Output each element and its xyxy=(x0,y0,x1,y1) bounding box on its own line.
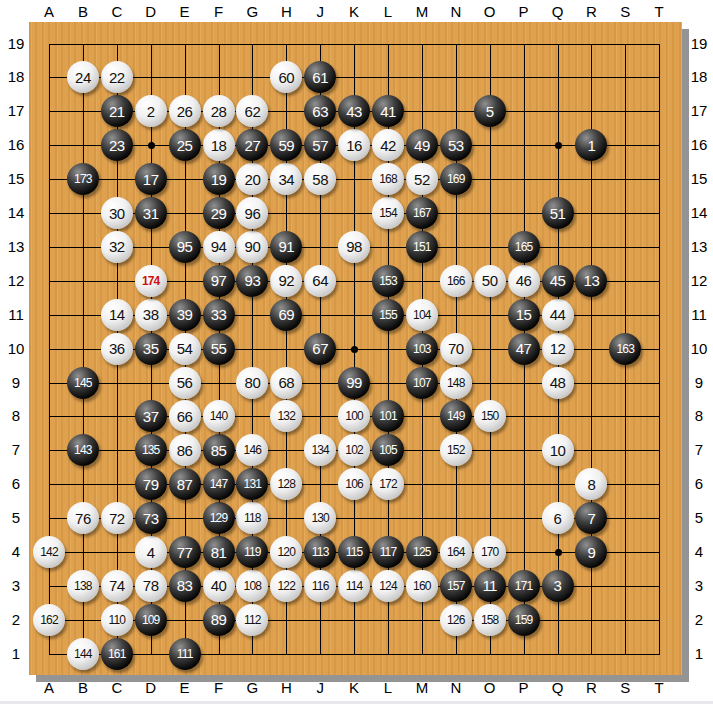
move-number: 76 xyxy=(75,511,91,526)
stone-e3: 83 xyxy=(169,570,201,602)
move-number: 87 xyxy=(177,477,193,492)
move-number: 64 xyxy=(312,273,328,288)
coord-label-left-6: 6 xyxy=(3,476,29,492)
move-number: 135 xyxy=(142,444,160,456)
coord-label-bottom-m: M xyxy=(409,680,435,696)
stone-p3: 171 xyxy=(508,570,540,602)
move-number: 138 xyxy=(74,580,92,592)
coord-label-bottom-e: E xyxy=(172,680,198,696)
move-number: 30 xyxy=(109,206,125,221)
stone-n12: 166 xyxy=(440,265,472,297)
stone-d17: 2 xyxy=(135,95,167,127)
move-number: 152 xyxy=(447,444,465,456)
move-number: 105 xyxy=(379,444,397,456)
move-number: 28 xyxy=(211,104,227,119)
move-number: 21 xyxy=(109,104,125,119)
move-number: 113 xyxy=(312,546,329,558)
move-number: 70 xyxy=(448,341,464,356)
move-number: 134 xyxy=(311,444,329,456)
move-number: 23 xyxy=(109,138,125,153)
coord-label-top-g: G xyxy=(239,4,265,20)
stone-d6: 79 xyxy=(135,468,167,500)
move-number: 32 xyxy=(109,239,125,254)
stone-e8: 66 xyxy=(169,400,201,432)
move-number: 104 xyxy=(413,309,431,321)
coord-label-top-h: H xyxy=(273,4,299,20)
stone-m9: 107 xyxy=(406,367,438,399)
stone-s10: 163 xyxy=(609,333,641,365)
coord-label-bottom-b: B xyxy=(70,680,96,696)
move-number: 103 xyxy=(413,343,431,355)
stone-l6: 172 xyxy=(372,468,404,500)
coord-label-left-11: 11 xyxy=(3,307,29,323)
stone-l3: 124 xyxy=(372,570,404,602)
coord-label-top-o: O xyxy=(477,4,503,20)
stone-c18: 22 xyxy=(101,61,133,93)
stone-m3: 160 xyxy=(406,570,438,602)
stone-o8: 150 xyxy=(474,400,506,432)
stone-h11: 69 xyxy=(270,299,302,331)
coord-label-left-7: 7 xyxy=(3,442,29,458)
stone-c14: 30 xyxy=(101,197,133,229)
stone-k9: 99 xyxy=(338,367,370,399)
coord-label-bottom-p: P xyxy=(511,680,537,696)
stone-d11: 38 xyxy=(135,299,167,331)
move-number: 118 xyxy=(244,512,261,524)
move-number: 144 xyxy=(74,648,92,660)
stone-j4: 113 xyxy=(304,536,336,568)
move-number: 63 xyxy=(312,104,328,119)
stone-q10: 12 xyxy=(542,333,574,365)
stone-g2: 112 xyxy=(236,604,268,636)
stone-q12: 45 xyxy=(542,265,574,297)
coord-label-right-1: 1 xyxy=(686,646,712,662)
coord-label-left-10: 10 xyxy=(3,341,29,357)
stone-l15: 168 xyxy=(372,163,404,195)
move-number: 160 xyxy=(413,580,431,592)
coord-label-right-18: 18 xyxy=(686,69,712,85)
move-number: 102 xyxy=(345,444,363,456)
move-number: 56 xyxy=(177,375,193,390)
coord-label-bottom-f: F xyxy=(206,680,232,696)
stone-k13: 98 xyxy=(338,231,370,263)
coord-label-left-9: 9 xyxy=(3,375,29,391)
stone-q11: 44 xyxy=(542,299,574,331)
coord-label-top-e: E xyxy=(172,4,198,20)
coord-label-top-s: S xyxy=(612,4,638,20)
coord-label-top-c: C xyxy=(104,4,130,20)
stone-b1: 144 xyxy=(67,638,99,670)
coord-label-left-1: 1 xyxy=(3,646,29,662)
move-number: 53 xyxy=(448,138,464,153)
move-number: 34 xyxy=(278,172,294,187)
move-number: 79 xyxy=(143,477,159,492)
stone-g9: 80 xyxy=(236,367,268,399)
stone-c5: 72 xyxy=(101,502,133,534)
stone-e17: 26 xyxy=(169,95,201,127)
move-number: 122 xyxy=(277,580,295,592)
coord-label-top-b: B xyxy=(70,4,96,20)
stone-k3: 114 xyxy=(338,570,370,602)
move-number: 170 xyxy=(481,546,499,558)
move-number: 40 xyxy=(211,578,227,593)
coord-label-left-2: 2 xyxy=(3,612,29,628)
move-number: 111 xyxy=(177,648,193,660)
stone-j3: 116 xyxy=(304,570,336,602)
stone-o2: 158 xyxy=(474,604,506,636)
stone-l4: 117 xyxy=(372,536,404,568)
coord-label-top-a: A xyxy=(36,4,62,20)
move-number: 83 xyxy=(177,578,193,593)
move-number: 73 xyxy=(143,511,159,526)
coord-label-top-p: P xyxy=(511,4,537,20)
move-number: 130 xyxy=(311,512,329,524)
move-number: 5 xyxy=(486,104,494,119)
stone-d5: 73 xyxy=(135,502,167,534)
stone-e9: 56 xyxy=(169,367,201,399)
coord-label-top-n: N xyxy=(443,4,469,20)
star-point xyxy=(555,142,562,149)
move-number: 86 xyxy=(177,443,193,458)
stone-q7: 10 xyxy=(542,434,574,466)
coord-label-left-15: 15 xyxy=(3,171,29,187)
move-number: 96 xyxy=(245,206,261,221)
coord-label-right-4: 4 xyxy=(686,544,712,560)
stone-a2: 162 xyxy=(33,604,65,636)
move-number: 95 xyxy=(177,239,193,254)
go-game-diagram: AABBCCDDEEFFGGHHJJKKLLMMNNOOPPQQRRSSTT19… xyxy=(0,0,713,704)
move-number: 89 xyxy=(211,612,227,627)
move-number: 49 xyxy=(414,138,430,153)
move-number: 174 xyxy=(142,275,160,287)
coord-label-top-q: Q xyxy=(545,4,571,20)
move-number: 15 xyxy=(516,307,532,322)
move-number: 109 xyxy=(142,614,160,626)
move-number: 26 xyxy=(177,104,193,119)
stone-q14: 51 xyxy=(542,197,574,229)
stone-j10: 67 xyxy=(304,333,336,365)
coord-label-top-l: L xyxy=(375,4,401,20)
move-number: 59 xyxy=(278,138,294,153)
coord-label-bottom-g: G xyxy=(239,680,265,696)
stone-o12: 50 xyxy=(474,265,506,297)
move-number: 44 xyxy=(550,307,566,322)
stone-d10: 35 xyxy=(135,333,167,365)
coord-label-bottom-c: C xyxy=(104,680,130,696)
stone-o4: 170 xyxy=(474,536,506,568)
move-number: 45 xyxy=(550,273,566,288)
coord-label-bottom-k: K xyxy=(341,680,367,696)
grid-line-vertical xyxy=(659,44,660,654)
coord-label-bottom-a: A xyxy=(36,680,62,696)
coord-label-right-5: 5 xyxy=(686,510,712,526)
move-number: 6 xyxy=(554,511,562,526)
move-number: 61 xyxy=(312,70,328,85)
move-number: 153 xyxy=(379,275,397,287)
stone-d15: 17 xyxy=(135,163,167,195)
move-number: 166 xyxy=(447,275,465,287)
move-number: 115 xyxy=(346,546,363,558)
stone-c11: 14 xyxy=(101,299,133,331)
stone-f2: 89 xyxy=(203,604,235,636)
stone-c3: 74 xyxy=(101,570,133,602)
stone-m14: 167 xyxy=(406,197,438,229)
move-number: 158 xyxy=(481,614,499,626)
move-number: 169 xyxy=(447,173,465,185)
stone-f6: 147 xyxy=(203,468,235,500)
move-number: 132 xyxy=(277,410,295,422)
stone-e11: 39 xyxy=(169,299,201,331)
stone-f12: 97 xyxy=(203,265,235,297)
move-number: 72 xyxy=(109,511,125,526)
stone-d7: 135 xyxy=(135,434,167,466)
move-number: 147 xyxy=(210,478,228,490)
stone-d8: 37 xyxy=(135,400,167,432)
move-number: 62 xyxy=(245,104,261,119)
move-number: 142 xyxy=(40,546,58,558)
coord-label-left-18: 18 xyxy=(3,69,29,85)
coord-label-left-16: 16 xyxy=(3,137,29,153)
coord-label-right-12: 12 xyxy=(686,273,712,289)
stone-f10: 55 xyxy=(203,333,235,365)
stone-p13: 165 xyxy=(508,231,540,263)
move-number: 11 xyxy=(482,578,497,593)
coord-label-right-8: 8 xyxy=(686,408,712,424)
stone-e10: 54 xyxy=(169,333,201,365)
move-number: 85 xyxy=(211,443,227,458)
stone-m11: 104 xyxy=(406,299,438,331)
stone-e6: 87 xyxy=(169,468,201,500)
coord-label-bottom-j: J xyxy=(307,680,333,696)
stone-l16: 42 xyxy=(372,129,404,161)
star-point xyxy=(351,346,358,353)
move-number: 16 xyxy=(346,138,362,153)
move-number: 48 xyxy=(550,375,566,390)
stone-l11: 155 xyxy=(372,299,404,331)
stone-f7: 85 xyxy=(203,434,235,466)
move-number: 161 xyxy=(108,648,126,660)
stone-f8: 140 xyxy=(203,400,235,432)
stone-m15: 52 xyxy=(406,163,438,195)
coord-label-left-14: 14 xyxy=(3,205,29,221)
move-number: 106 xyxy=(345,478,363,490)
move-number: 101 xyxy=(379,410,397,422)
stone-g12: 93 xyxy=(236,265,268,297)
stone-n9: 148 xyxy=(440,367,472,399)
stone-n16: 53 xyxy=(440,129,472,161)
move-number: 46 xyxy=(516,273,532,288)
move-number: 2 xyxy=(147,104,155,119)
coord-label-top-k: K xyxy=(341,4,367,20)
coord-label-right-10: 10 xyxy=(686,341,712,357)
move-number: 66 xyxy=(177,409,193,424)
coord-label-left-13: 13 xyxy=(3,239,29,255)
move-number: 43 xyxy=(346,104,362,119)
move-number: 114 xyxy=(346,580,363,592)
coord-label-bottom-s: S xyxy=(612,680,638,696)
stone-e16: 25 xyxy=(169,129,201,161)
stone-a4: 142 xyxy=(33,536,65,568)
move-number: 22 xyxy=(109,70,125,85)
coord-label-bottom-l: L xyxy=(375,680,401,696)
coord-label-bottom-t: T xyxy=(646,680,672,696)
move-number: 27 xyxy=(245,138,261,153)
move-number: 80 xyxy=(245,375,261,390)
stone-r12: 13 xyxy=(575,265,607,297)
move-number: 10 xyxy=(550,443,566,458)
coord-label-left-8: 8 xyxy=(3,408,29,424)
move-number: 57 xyxy=(312,138,328,153)
stone-p11: 15 xyxy=(508,299,540,331)
coord-label-bottom-r: R xyxy=(578,680,604,696)
move-number: 140 xyxy=(210,410,228,422)
move-number: 173 xyxy=(74,173,92,185)
stone-b9: 145 xyxy=(67,367,99,399)
move-number: 58 xyxy=(312,172,328,187)
move-number: 1 xyxy=(587,138,595,153)
move-number: 24 xyxy=(75,70,91,85)
move-number: 99 xyxy=(346,375,362,390)
stone-d4: 4 xyxy=(135,536,167,568)
grid-line-horizontal xyxy=(49,654,660,655)
coord-label-left-5: 5 xyxy=(3,510,29,526)
move-number: 93 xyxy=(245,273,261,288)
move-number: 107 xyxy=(413,377,431,389)
stone-b5: 76 xyxy=(67,502,99,534)
coord-label-left-19: 19 xyxy=(3,36,29,52)
stone-k4: 115 xyxy=(338,536,370,568)
stone-m10: 103 xyxy=(406,333,438,365)
move-number: 78 xyxy=(143,578,159,593)
move-number: 50 xyxy=(482,273,498,288)
stone-c1: 161 xyxy=(101,638,133,670)
move-number: 12 xyxy=(550,341,566,356)
coord-label-right-17: 17 xyxy=(686,103,712,119)
move-number: 131 xyxy=(244,478,262,490)
stone-f4: 81 xyxy=(203,536,235,568)
move-number: 69 xyxy=(278,307,294,322)
move-number: 41 xyxy=(380,104,396,119)
move-number: 14 xyxy=(109,307,125,322)
move-number: 97 xyxy=(211,273,227,288)
move-number: 90 xyxy=(245,239,261,254)
stone-q5: 6 xyxy=(542,502,574,534)
star-point xyxy=(148,142,155,149)
coord-label-right-14: 14 xyxy=(686,205,712,221)
move-number: 108 xyxy=(244,580,262,592)
move-number: 117 xyxy=(380,546,397,558)
move-number: 163 xyxy=(616,343,634,355)
move-number: 29 xyxy=(211,206,227,221)
coord-label-bottom-n: N xyxy=(443,680,469,696)
stone-n15: 169 xyxy=(440,163,472,195)
move-number: 116 xyxy=(312,580,329,592)
move-number: 74 xyxy=(109,578,125,593)
stone-d12: 174 xyxy=(135,265,167,297)
stone-o3: 11 xyxy=(474,570,506,602)
move-number: 154 xyxy=(379,207,397,219)
move-number: 18 xyxy=(211,138,227,153)
move-number: 51 xyxy=(550,206,566,221)
stone-h9: 68 xyxy=(270,367,302,399)
stone-h13: 91 xyxy=(270,231,302,263)
stone-p10: 47 xyxy=(508,333,540,365)
coord-label-bottom-h: H xyxy=(273,680,299,696)
move-number: 150 xyxy=(481,410,499,422)
coord-label-top-d: D xyxy=(138,4,164,20)
move-number: 98 xyxy=(346,239,362,254)
stone-c2: 110 xyxy=(101,604,133,636)
move-number: 164 xyxy=(447,546,465,558)
stone-n4: 164 xyxy=(440,536,472,568)
stone-f5: 129 xyxy=(203,502,235,534)
stone-q3: 3 xyxy=(542,570,574,602)
move-number: 4 xyxy=(147,545,155,560)
stone-e1: 111 xyxy=(169,638,201,670)
move-number: 47 xyxy=(516,341,532,356)
move-number: 151 xyxy=(413,241,431,253)
coord-label-right-13: 13 xyxy=(686,239,712,255)
stone-q9: 48 xyxy=(542,367,574,399)
stone-j12: 64 xyxy=(304,265,336,297)
stone-f13: 94 xyxy=(203,231,235,263)
move-number: 119 xyxy=(244,546,261,558)
coord-label-bottom-q: Q xyxy=(545,680,571,696)
move-number: 146 xyxy=(244,444,262,456)
move-number: 120 xyxy=(277,546,295,558)
move-number: 128 xyxy=(277,478,295,490)
move-number: 110 xyxy=(108,614,125,626)
move-number: 100 xyxy=(345,410,363,422)
coord-label-right-7: 7 xyxy=(686,442,712,458)
stone-b7: 143 xyxy=(67,434,99,466)
move-number: 31 xyxy=(143,206,159,221)
move-number: 67 xyxy=(312,341,328,356)
move-number: 143 xyxy=(74,444,92,456)
coord-label-top-m: M xyxy=(409,4,435,20)
move-number: 92 xyxy=(278,273,294,288)
move-number: 125 xyxy=(413,546,431,558)
coord-label-left-12: 12 xyxy=(3,273,29,289)
move-number: 37 xyxy=(143,409,159,424)
stone-h12: 92 xyxy=(270,265,302,297)
move-number: 20 xyxy=(245,172,261,187)
stone-c17: 21 xyxy=(101,95,133,127)
stone-b15: 173 xyxy=(67,163,99,195)
move-number: 13 xyxy=(584,273,600,288)
move-number: 165 xyxy=(515,241,533,253)
stone-f11: 33 xyxy=(203,299,235,331)
move-number: 168 xyxy=(379,173,397,185)
coord-label-right-2: 2 xyxy=(686,612,712,628)
move-number: 9 xyxy=(587,545,595,560)
stone-p12: 46 xyxy=(508,265,540,297)
move-number: 19 xyxy=(211,172,227,187)
coord-label-bottom-d: D xyxy=(138,680,164,696)
coord-label-right-11: 11 xyxy=(686,307,712,323)
move-number: 149 xyxy=(447,410,465,422)
move-number: 38 xyxy=(143,307,159,322)
move-number: 17 xyxy=(143,172,159,187)
stone-n8: 149 xyxy=(440,400,472,432)
stone-n7: 152 xyxy=(440,434,472,466)
move-number: 124 xyxy=(379,580,397,592)
stone-d3: 78 xyxy=(135,570,167,602)
stone-m4: 125 xyxy=(406,536,438,568)
stone-e13: 95 xyxy=(169,231,201,263)
stone-f16: 18 xyxy=(203,129,235,161)
move-number: 172 xyxy=(379,478,397,490)
